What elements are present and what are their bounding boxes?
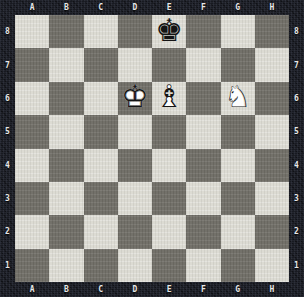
file-label-bottom-e: E — [152, 282, 186, 297]
square-d5[interactable] — [118, 115, 152, 148]
rank-label-left-2: 2 — [0, 215, 15, 248]
square-d8[interactable] — [118, 15, 152, 48]
white-knight-glyph: ♘ — [224, 82, 252, 113]
square-h3[interactable] — [255, 182, 289, 215]
square-d1[interactable] — [118, 249, 152, 282]
rank-label-left-1: 1 — [0, 249, 15, 282]
square-g3[interactable] — [221, 182, 255, 215]
square-b8[interactable] — [49, 15, 83, 48]
square-b6[interactable] — [49, 82, 83, 115]
rank-labels-left: 87654321 — [0, 15, 15, 282]
file-labels-top: ABCDEFGH — [15, 0, 289, 15]
file-label-top-b: B — [49, 0, 83, 15]
square-d3[interactable] — [118, 182, 152, 215]
file-label-bottom-a: A — [15, 282, 49, 297]
square-f4[interactable] — [186, 149, 220, 182]
square-a4[interactable] — [15, 149, 49, 182]
square-f6[interactable] — [186, 82, 220, 115]
file-label-bottom-b: B — [49, 282, 83, 297]
square-c8[interactable] — [84, 15, 118, 48]
square-a7[interactable] — [15, 48, 49, 81]
square-h2[interactable] — [255, 215, 289, 248]
square-f5[interactable] — [186, 115, 220, 148]
square-f3[interactable] — [186, 182, 220, 215]
square-a2[interactable] — [15, 215, 49, 248]
white-king-glyph: ♔ — [121, 82, 149, 113]
chess-board-frame: ABCDEFGH ABCDEFGH 87654321 87654321 ♚♚♔♝… — [0, 0, 304, 297]
square-e7[interactable] — [152, 48, 186, 81]
square-h5[interactable] — [255, 115, 289, 148]
file-label-top-h: H — [255, 0, 289, 15]
square-g5[interactable] — [221, 115, 255, 148]
square-d6[interactable]: ♚♔ — [118, 82, 152, 115]
black-king-glyph: ♚ — [155, 15, 183, 46]
square-b7[interactable] — [49, 48, 83, 81]
file-label-top-d: D — [118, 0, 152, 15]
square-e1[interactable] — [152, 249, 186, 282]
piece-white-bishop-e6[interactable]: ♝♗ — [152, 82, 186, 115]
square-g4[interactable] — [221, 149, 255, 182]
rank-label-left-8: 8 — [0, 15, 15, 48]
board: ♚♚♔♝♗♞♘ — [15, 15, 289, 282]
rank-labels-right: 87654321 — [289, 15, 304, 282]
file-label-bottom-d: D — [118, 282, 152, 297]
square-f1[interactable] — [186, 249, 220, 282]
square-f8[interactable] — [186, 15, 220, 48]
square-c4[interactable] — [84, 149, 118, 182]
square-e5[interactable] — [152, 115, 186, 148]
square-a8[interactable] — [15, 15, 49, 48]
rank-label-left-3: 3 — [0, 182, 15, 215]
rank-label-right-8: 8 — [289, 15, 304, 48]
square-d4[interactable] — [118, 149, 152, 182]
file-labels-bottom: ABCDEFGH — [15, 282, 289, 297]
rank-label-right-7: 7 — [289, 48, 304, 81]
square-h6[interactable] — [255, 82, 289, 115]
square-a1[interactable] — [15, 249, 49, 282]
square-c7[interactable] — [84, 48, 118, 81]
rank-label-right-2: 2 — [289, 215, 304, 248]
square-b1[interactable] — [49, 249, 83, 282]
file-label-bottom-g: G — [221, 282, 255, 297]
square-e8[interactable]: ♚ — [152, 15, 186, 48]
square-b3[interactable] — [49, 182, 83, 215]
white-bishop-glyph: ♗ — [155, 82, 183, 113]
rank-label-left-6: 6 — [0, 82, 15, 115]
rank-label-left-5: 5 — [0, 115, 15, 148]
rank-label-right-4: 4 — [289, 149, 304, 182]
square-c1[interactable] — [84, 249, 118, 282]
square-f7[interactable] — [186, 48, 220, 81]
square-a3[interactable] — [15, 182, 49, 215]
square-c3[interactable] — [84, 182, 118, 215]
file-label-top-f: F — [186, 0, 220, 15]
file-label-bottom-c: C — [84, 282, 118, 297]
file-label-top-a: A — [15, 0, 49, 15]
square-c5[interactable] — [84, 115, 118, 148]
file-label-bottom-h: H — [255, 282, 289, 297]
file-label-top-g: G — [221, 0, 255, 15]
file-label-bottom-f: F — [186, 282, 220, 297]
square-b5[interactable] — [49, 115, 83, 148]
square-b4[interactable] — [49, 149, 83, 182]
square-a5[interactable] — [15, 115, 49, 148]
rank-label-right-1: 1 — [289, 249, 304, 282]
square-d2[interactable] — [118, 215, 152, 248]
square-e3[interactable] — [152, 182, 186, 215]
piece-white-king-d6[interactable]: ♚♔ — [118, 82, 152, 115]
square-h4[interactable] — [255, 149, 289, 182]
square-h7[interactable] — [255, 48, 289, 81]
square-c2[interactable] — [84, 215, 118, 248]
square-h8[interactable] — [255, 15, 289, 48]
piece-black-king-e8[interactable]: ♚ — [152, 15, 186, 48]
square-g2[interactable] — [221, 215, 255, 248]
rank-label-left-7: 7 — [0, 48, 15, 81]
rank-label-right-3: 3 — [289, 182, 304, 215]
square-b2[interactable] — [49, 215, 83, 248]
square-e4[interactable] — [152, 149, 186, 182]
square-h1[interactable] — [255, 249, 289, 282]
square-d7[interactable] — [118, 48, 152, 81]
square-e2[interactable] — [152, 215, 186, 248]
square-f2[interactable] — [186, 215, 220, 248]
square-a6[interactable] — [15, 82, 49, 115]
square-e6[interactable]: ♝♗ — [152, 82, 186, 115]
square-g6[interactable]: ♞♘ — [221, 82, 255, 115]
rank-label-right-6: 6 — [289, 82, 304, 115]
file-label-top-c: C — [84, 0, 118, 15]
square-g1[interactable] — [221, 249, 255, 282]
piece-white-knight-g6[interactable]: ♞♘ — [221, 82, 255, 115]
rank-label-right-5: 5 — [289, 115, 304, 148]
square-g7[interactable] — [221, 48, 255, 81]
rank-label-left-4: 4 — [0, 149, 15, 182]
square-g8[interactable] — [221, 15, 255, 48]
square-c6[interactable] — [84, 82, 118, 115]
